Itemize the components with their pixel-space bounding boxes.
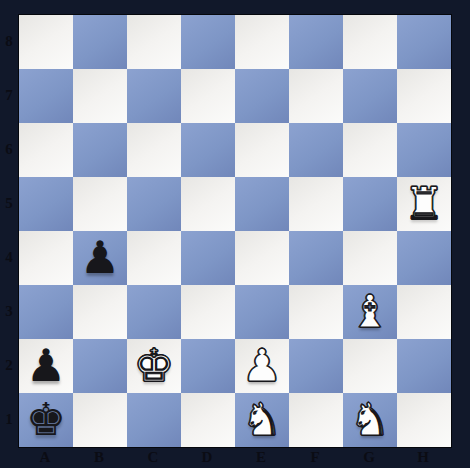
rank-label-1: 1 bbox=[0, 392, 18, 446]
square-g2[interactable] bbox=[343, 339, 397, 393]
file-label-a: A bbox=[18, 447, 72, 468]
file-label-b: B bbox=[72, 447, 126, 468]
square-f2[interactable] bbox=[289, 339, 343, 393]
square-e8[interactable] bbox=[235, 15, 289, 69]
square-d1[interactable] bbox=[181, 393, 235, 447]
file-label-d: D bbox=[180, 447, 234, 468]
rank-label-6: 6 bbox=[0, 122, 18, 176]
file-label-c: C bbox=[126, 447, 180, 468]
square-d6[interactable] bbox=[181, 123, 235, 177]
piece-white-knight-e1[interactable]: ♞ bbox=[242, 393, 282, 447]
piece-white-rook-h5[interactable]: ♜ bbox=[404, 177, 444, 231]
square-h6[interactable] bbox=[397, 123, 451, 177]
square-g6[interactable] bbox=[343, 123, 397, 177]
square-h3[interactable] bbox=[397, 285, 451, 339]
square-f4[interactable] bbox=[289, 231, 343, 285]
square-f8[interactable] bbox=[289, 15, 343, 69]
piece-black-pawn-a2[interactable]: ♟ bbox=[26, 339, 66, 393]
square-b6[interactable] bbox=[73, 123, 127, 177]
square-h2[interactable] bbox=[397, 339, 451, 393]
square-g3[interactable]: ♝ bbox=[343, 285, 397, 339]
square-h7[interactable] bbox=[397, 69, 451, 123]
square-f5[interactable] bbox=[289, 177, 343, 231]
square-c5[interactable] bbox=[127, 177, 181, 231]
square-f7[interactable] bbox=[289, 69, 343, 123]
square-b1[interactable] bbox=[73, 393, 127, 447]
square-d4[interactable] bbox=[181, 231, 235, 285]
piece-white-king-c2[interactable]: ♚ bbox=[134, 339, 174, 393]
rank-label-8: 8 bbox=[0, 14, 18, 68]
square-e4[interactable] bbox=[235, 231, 289, 285]
square-a6[interactable] bbox=[19, 123, 73, 177]
square-b4[interactable]: ♟ bbox=[73, 231, 127, 285]
square-a2[interactable]: ♟ bbox=[19, 339, 73, 393]
piece-white-pawn-e2[interactable]: ♟ bbox=[242, 339, 282, 393]
square-a3[interactable] bbox=[19, 285, 73, 339]
square-e5[interactable] bbox=[235, 177, 289, 231]
square-a7[interactable] bbox=[19, 69, 73, 123]
square-d3[interactable] bbox=[181, 285, 235, 339]
square-c7[interactable] bbox=[127, 69, 181, 123]
square-e1[interactable]: ♞ bbox=[235, 393, 289, 447]
file-labels: ABCDEFGH bbox=[18, 447, 452, 468]
file-label-f: F bbox=[288, 447, 342, 468]
rank-label-4: 4 bbox=[0, 230, 18, 284]
square-c4[interactable] bbox=[127, 231, 181, 285]
rank-label-7: 7 bbox=[0, 68, 18, 122]
rank-label-2: 2 bbox=[0, 338, 18, 392]
square-e3[interactable] bbox=[235, 285, 289, 339]
square-h8[interactable] bbox=[397, 15, 451, 69]
square-c8[interactable] bbox=[127, 15, 181, 69]
square-f3[interactable] bbox=[289, 285, 343, 339]
square-c3[interactable] bbox=[127, 285, 181, 339]
piece-white-knight-g1[interactable]: ♞ bbox=[350, 393, 390, 447]
square-a8[interactable] bbox=[19, 15, 73, 69]
square-d5[interactable] bbox=[181, 177, 235, 231]
file-label-h: H bbox=[396, 447, 450, 468]
chess-diagram: 87654321 ♜♟♝♟♚♟♚♞♞ ABCDEFGH bbox=[0, 0, 470, 468]
square-c1[interactable] bbox=[127, 393, 181, 447]
square-f1[interactable] bbox=[289, 393, 343, 447]
file-label-e: E bbox=[234, 447, 288, 468]
square-g5[interactable] bbox=[343, 177, 397, 231]
square-g8[interactable] bbox=[343, 15, 397, 69]
square-b7[interactable] bbox=[73, 69, 127, 123]
square-b5[interactable] bbox=[73, 177, 127, 231]
piece-white-bishop-g3[interactable]: ♝ bbox=[350, 285, 390, 339]
piece-black-pawn-b4[interactable]: ♟ bbox=[80, 231, 120, 285]
square-d2[interactable] bbox=[181, 339, 235, 393]
square-f6[interactable] bbox=[289, 123, 343, 177]
square-c2[interactable]: ♚ bbox=[127, 339, 181, 393]
square-g1[interactable]: ♞ bbox=[343, 393, 397, 447]
square-e7[interactable] bbox=[235, 69, 289, 123]
rank-label-3: 3 bbox=[0, 284, 18, 338]
square-e6[interactable] bbox=[235, 123, 289, 177]
piece-black-king-a1[interactable]: ♚ bbox=[26, 393, 66, 447]
file-label-g: G bbox=[342, 447, 396, 468]
square-e2[interactable]: ♟ bbox=[235, 339, 289, 393]
square-g7[interactable] bbox=[343, 69, 397, 123]
square-b2[interactable] bbox=[73, 339, 127, 393]
rank-labels: 87654321 bbox=[0, 14, 18, 446]
square-b8[interactable] bbox=[73, 15, 127, 69]
rank-label-5: 5 bbox=[0, 176, 18, 230]
square-a1[interactable]: ♚ bbox=[19, 393, 73, 447]
square-h1[interactable] bbox=[397, 393, 451, 447]
chess-board: ♜♟♝♟♚♟♚♞♞ bbox=[18, 14, 452, 448]
square-b3[interactable] bbox=[73, 285, 127, 339]
square-d7[interactable] bbox=[181, 69, 235, 123]
square-a4[interactable] bbox=[19, 231, 73, 285]
square-h5[interactable]: ♜ bbox=[397, 177, 451, 231]
square-a5[interactable] bbox=[19, 177, 73, 231]
square-c6[interactable] bbox=[127, 123, 181, 177]
square-h4[interactable] bbox=[397, 231, 451, 285]
square-g4[interactable] bbox=[343, 231, 397, 285]
square-d8[interactable] bbox=[181, 15, 235, 69]
